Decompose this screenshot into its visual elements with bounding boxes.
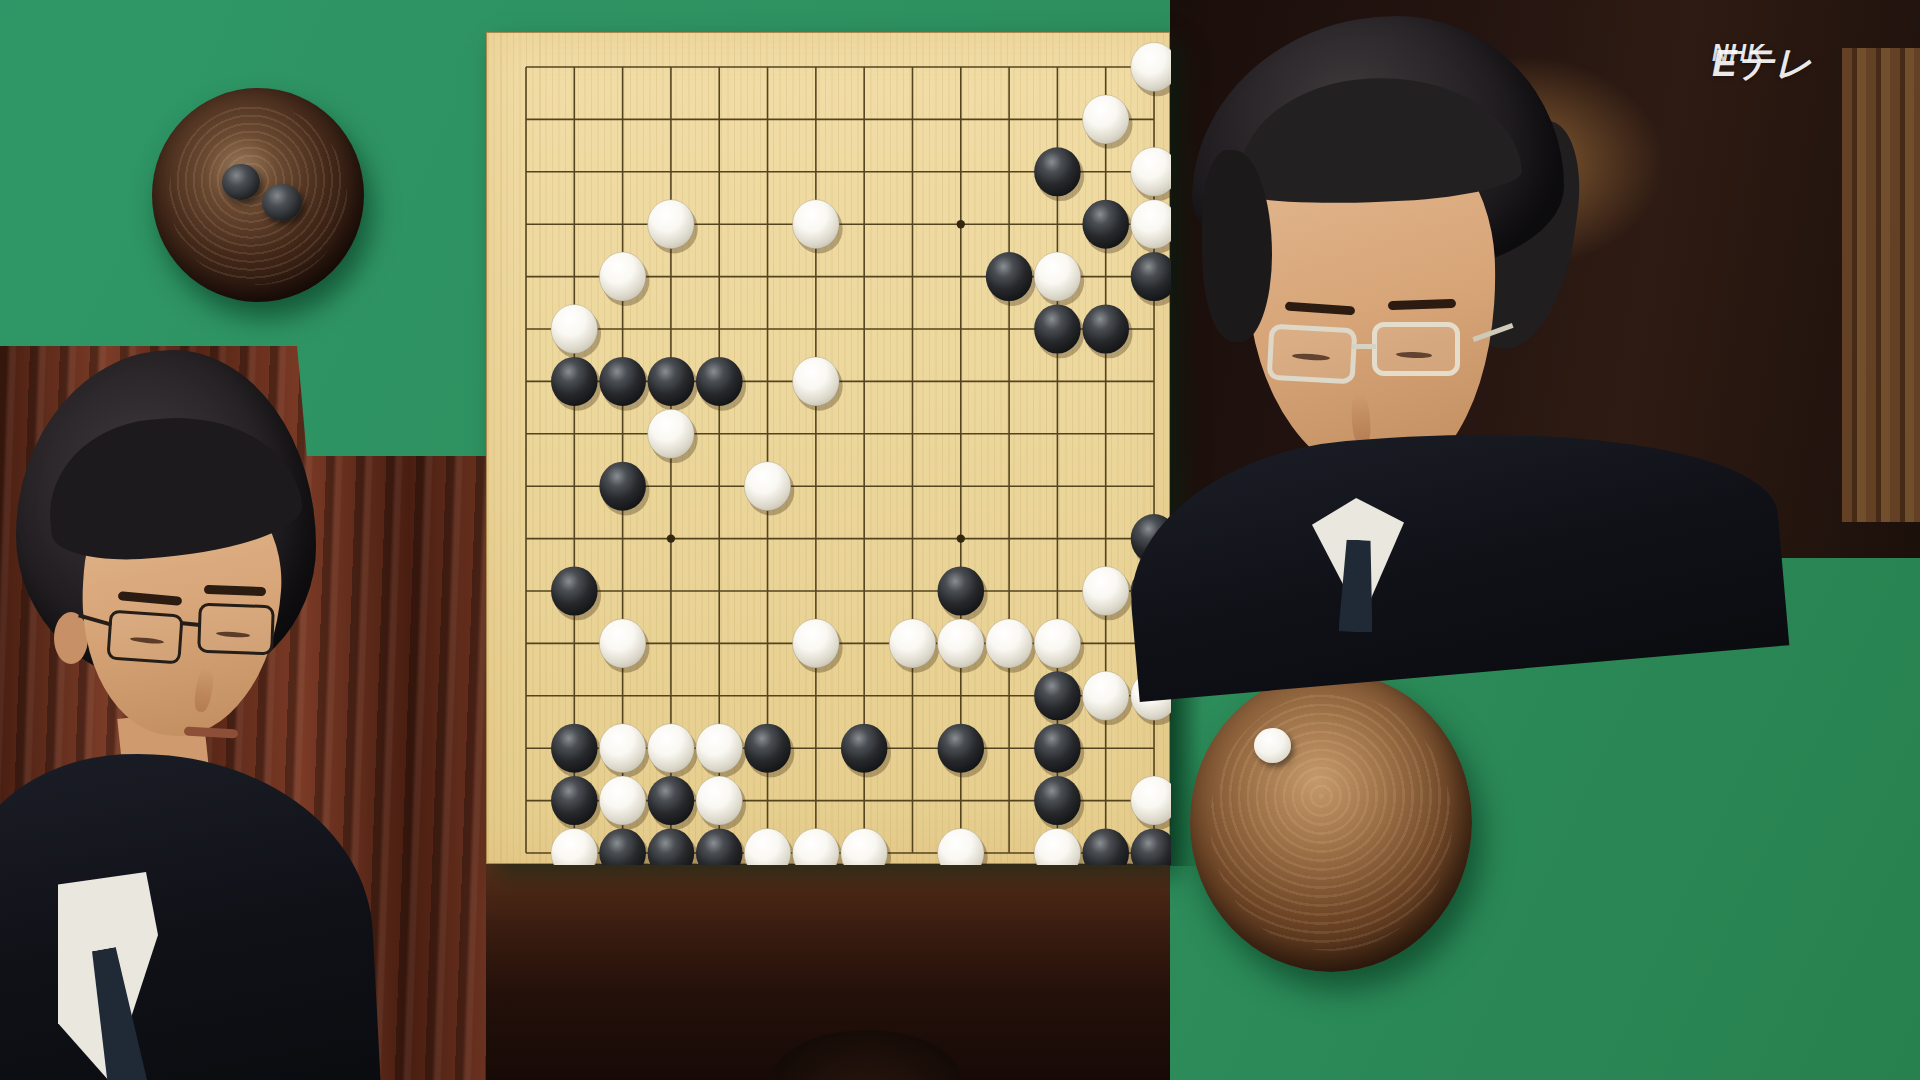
white-stone: [986, 619, 1033, 668]
black-stone: [1034, 305, 1081, 354]
white-stone: [1034, 252, 1081, 301]
white-stone: [551, 305, 598, 354]
black-stone: [1131, 829, 1171, 866]
black-stone: [1082, 829, 1129, 866]
white-stone: [599, 724, 646, 773]
white-stone: [793, 200, 840, 249]
black-stone: [937, 724, 984, 773]
white-stone-bowl: [1190, 672, 1472, 972]
white-stone: [793, 619, 840, 668]
white-stone: [744, 462, 791, 511]
black-stone: [1082, 305, 1129, 354]
black-stone: [648, 776, 695, 825]
white-stone: [793, 357, 840, 406]
white-stone: [551, 829, 598, 866]
white-stone: [1034, 619, 1081, 668]
black-stone: [744, 724, 791, 773]
white-stone: [648, 409, 695, 458]
channel-watermark-etele: Eテレ: [1712, 45, 1812, 82]
black-stone: [551, 357, 598, 406]
black-stone: [551, 724, 598, 773]
right-player-glasses-bridge: [1352, 344, 1376, 349]
white-stone: [648, 200, 695, 249]
black-stone: [551, 776, 598, 825]
white-stone: [1082, 671, 1129, 720]
white-stone: [599, 252, 646, 301]
studio-wood-slats: [1842, 48, 1920, 522]
star-point: [667, 534, 675, 542]
tv-frame: NHK Eテレ: [0, 0, 1920, 1080]
white-stone: [937, 829, 984, 866]
left-player-glasses: [106, 609, 183, 664]
black-stone: [648, 829, 695, 866]
black-stone: [599, 462, 646, 511]
right-player-glasses: [1267, 324, 1358, 385]
left-player-glasses: [197, 603, 275, 656]
white-stone: [1034, 829, 1081, 866]
captured-white-stone: [1254, 728, 1291, 763]
black-stone: [599, 357, 646, 406]
black-stone: [1082, 200, 1129, 249]
white-stone: [696, 776, 743, 825]
stones: [551, 43, 1171, 866]
black-stone-bowl: [152, 88, 364, 302]
go-board-svg: [487, 33, 1171, 865]
right-player-glasses: [1372, 322, 1460, 376]
white-stone: [599, 619, 646, 668]
black-stone: [696, 829, 743, 866]
white-stone: [696, 724, 743, 773]
black-stone: [551, 567, 598, 616]
black-stone: [1034, 671, 1081, 720]
captured-black-stone: [222, 164, 260, 200]
white-stone: [1082, 567, 1129, 616]
black-stone: [841, 724, 888, 773]
black-stone: [1034, 776, 1081, 825]
black-stone: [1034, 724, 1081, 773]
star-point: [957, 534, 965, 542]
captured-black-stone: [262, 184, 302, 221]
black-stone: [648, 357, 695, 406]
white-stone: [937, 619, 984, 668]
white-stone: [648, 724, 695, 773]
white-stone: [793, 829, 840, 866]
black-stone: [696, 357, 743, 406]
white-stone: [889, 619, 936, 668]
black-stone: [937, 567, 984, 616]
black-stone: [986, 252, 1033, 301]
white-stone: [1082, 95, 1129, 144]
white-stone: [841, 829, 888, 866]
go-board: [486, 32, 1170, 864]
star-point: [957, 220, 965, 228]
white-stone: [744, 829, 791, 866]
white-stone: [599, 776, 646, 825]
black-stone: [1034, 147, 1081, 196]
black-stone: [599, 829, 646, 866]
